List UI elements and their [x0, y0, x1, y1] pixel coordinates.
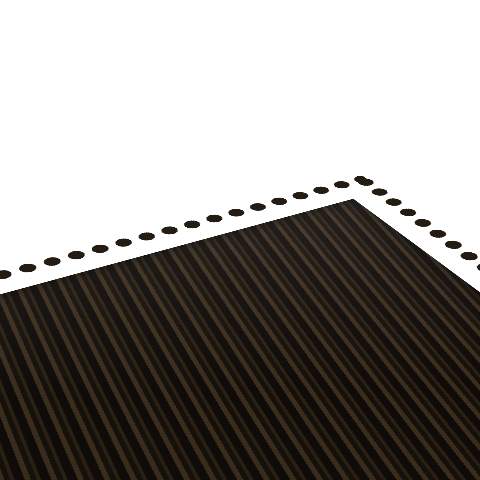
chess-pieces [0, 0, 480, 480]
chess-set-photo [0, 0, 480, 480]
